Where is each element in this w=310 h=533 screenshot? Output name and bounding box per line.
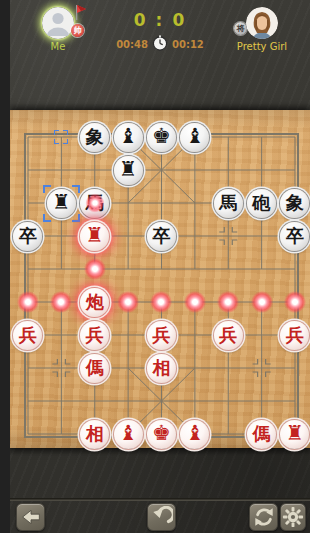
top-bar: 帅 Me 0:0 00:48 00:12 [10,0,310,62]
piece-glyph: ♜ [286,423,305,444]
board-cell [212,286,245,319]
piece-glyph: ♜ [85,225,104,246]
move-dot[interactable] [184,291,206,313]
piece-red-elephant[interactable]: 相 [147,354,176,383]
piece-black-general[interactable]: ♚ [147,123,176,152]
move-dot[interactable] [251,291,273,313]
board-cell: ♝ [111,121,144,154]
board-cell: 相 [145,352,178,385]
piece-black-horse[interactable]: 馬 [214,189,243,218]
piece-glyph: ♜ [119,159,138,180]
board-cell: ♝ [111,418,144,451]
piece-red-cannon[interactable]: 炮 [80,288,109,317]
piece-glyph: 相 [86,425,104,443]
last-move-destination-marker [43,185,80,222]
piece-black-elephant[interactable]: 象 [80,123,109,152]
piece-glyph: 傌 [86,359,104,377]
piece-black-advisor[interactable]: ♝ [114,123,143,152]
piece-glyph: ♝ [185,423,204,444]
xiangqi-board: 象♝♚♝♜♜馬馬砲象卒卒卒♜炮兵兵兵兵兵傌相相♝♚♝傌♜ [10,110,310,448]
back-arrow-icon [20,507,42,527]
piece-red-horse[interactable]: 傌 [80,354,109,383]
piece-glyph: 兵 [219,326,237,344]
board-cell: ♚ [145,418,178,451]
board-cell: 象 [278,187,310,220]
board-cell: 傌 [78,352,111,385]
panel-seam [10,498,310,501]
person-silhouette-icon [42,7,74,39]
board-cell: ♝ [178,418,211,451]
board-cell: ♚ [145,121,178,154]
match-score: 0:0 [105,10,215,30]
player-me: 帅 Me [30,7,86,52]
move-dot[interactable] [117,291,139,313]
piece-red-horse[interactable]: 傌 [247,420,276,449]
move-dot[interactable] [150,291,172,313]
piece-black-elephant[interactable]: 象 [280,189,309,218]
piece-glyph: 卒 [152,227,170,245]
piece-glyph: 卒 [286,227,304,245]
piece-black-soldier[interactable]: 卒 [147,222,176,251]
clock-icon [152,35,168,53]
move-dot[interactable] [50,291,72,313]
board-cell [178,286,211,319]
piece-black-soldier[interactable]: 卒 [13,222,42,251]
piece-glyph: 馬 [219,194,237,212]
board-grid: 象♝♚♝♜♜馬馬砲象卒卒卒♜炮兵兵兵兵兵傌相相♝♚♝傌♜ [11,121,310,451]
piece-red-elephant[interactable]: 相 [80,420,109,449]
back-button[interactable] [16,503,45,531]
piece-glyph: 卒 [19,227,37,245]
piece-red-rook[interactable]: ♜ [280,420,309,449]
board-cell [278,286,310,319]
board-cell [45,286,78,319]
player-opponent-name: Pretty Girl [222,41,302,52]
undo-icon [151,506,173,528]
board-cell [11,286,44,319]
board-cell: 兵 [212,319,245,352]
piece-glyph: 兵 [19,326,37,344]
girl-avatar-icon [246,7,278,39]
piece-red-soldier[interactable]: 兵 [13,321,42,350]
player-opponent-avatar[interactable] [246,7,278,39]
player-opponent-side-badge: 将 [234,22,247,35]
piece-red-soldier[interactable]: 兵 [214,321,243,350]
piece-black-rook[interactable]: ♜ [47,189,76,218]
board-cell: ♜ [278,418,310,451]
move-dot[interactable] [284,291,306,313]
piece-glyph: ♝ [119,423,138,444]
board-cell: 馬 [78,187,111,220]
piece-black-cannon[interactable]: 砲 [247,189,276,218]
undo-button[interactable] [147,503,176,531]
gear-icon [282,506,304,528]
player-me-side-badge: 帅 [71,24,84,37]
player-me-avatar[interactable] [42,7,74,39]
board-cell: 傌 [245,418,278,451]
board-cell: 相 [78,418,111,451]
piece-black-horse[interactable]: 馬 [80,189,109,218]
player-me-name: Me [30,41,86,52]
board-cell [45,121,78,154]
bottom-panel [10,448,310,533]
player-opponent: 将 Pretty Girl [222,7,302,52]
board-cell: ♝ [178,121,211,154]
piece-glyph: ♝ [185,126,204,147]
toolbar [10,503,310,533]
move-dot[interactable] [84,258,106,280]
board-cell: 兵 [145,319,178,352]
piece-black-soldier[interactable]: 卒 [280,222,309,251]
board-cell: 卒 [11,220,44,253]
piece-glyph: 兵 [286,326,304,344]
piece-red-advisor[interactable]: ♝ [180,420,209,449]
board-cell [111,286,144,319]
piece-red-advisor[interactable]: ♝ [114,420,143,449]
board-cell: 兵 [11,319,44,352]
rotate-button[interactable] [249,503,278,531]
piece-glyph: ♚ [152,423,171,444]
app-screen: 帅 Me 0:0 00:48 00:12 [10,0,310,533]
piece-glyph: 兵 [152,326,170,344]
board-cell: 砲 [245,187,278,220]
board-cell: ♜ [78,220,111,253]
board-cell: 卒 [145,220,178,253]
settings-button[interactable] [280,503,306,531]
piece-glyph: ♝ [119,126,138,147]
capture-target-dot[interactable] [85,194,104,213]
piece-glyph: 象 [86,128,104,146]
piece-black-advisor[interactable]: ♝ [180,123,209,152]
piece-glyph: 傌 [253,425,271,443]
move-dot[interactable] [17,291,39,313]
turn-flag-icon [73,4,87,21]
piece-glyph: ♚ [152,126,171,147]
board-cell: 馬 [212,187,245,220]
board-cell: 兵 [278,319,310,352]
board-cell: ♜ [111,154,144,187]
score-box: 0:0 00:48 00:12 [105,10,215,53]
piece-glyph: 砲 [253,194,271,212]
board-cell: ♜ [45,187,78,220]
piece-glyph: 象 [286,194,304,212]
board-cell [78,253,111,286]
move-dot[interactable] [217,291,239,313]
piece-glyph: 相 [152,359,170,377]
piece-red-soldier[interactable]: 兵 [147,321,176,350]
piece-red-rook[interactable]: ♜ [80,222,109,251]
board-cell: 卒 [278,220,310,253]
board-cell [245,286,278,319]
board-cell: 象 [78,121,111,154]
board-cell [145,286,178,319]
timer-right: 00:12 [172,39,204,50]
piece-red-general[interactable]: ♚ [147,420,176,449]
timer-left: 00:48 [116,39,148,50]
last-move-origin-marker [54,130,68,144]
piece-red-soldier[interactable]: 兵 [80,321,109,350]
piece-black-rook[interactable]: ♜ [114,156,143,185]
piece-glyph: 兵 [86,326,104,344]
piece-glyph: 炮 [86,293,104,311]
board-cell: 炮 [78,286,111,319]
piece-red-soldier[interactable]: 兵 [280,321,309,350]
board-cell: 兵 [78,319,111,352]
rotate-icon [253,506,275,528]
